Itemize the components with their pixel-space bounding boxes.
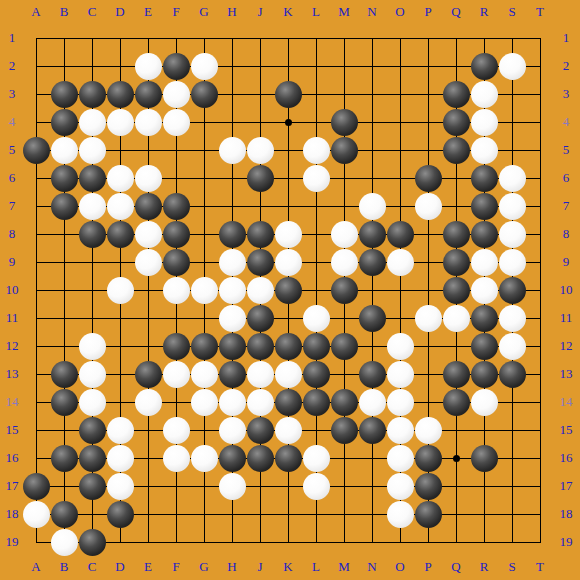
board-intersection[interactable] (78, 136, 106, 164)
board-intersection[interactable] (386, 360, 414, 388)
board-intersection[interactable] (190, 24, 218, 52)
board-intersection[interactable] (526, 164, 554, 192)
board-intersection[interactable] (442, 248, 470, 276)
board-intersection[interactable] (498, 500, 526, 528)
board-intersection[interactable] (190, 276, 218, 304)
board-intersection[interactable] (106, 192, 134, 220)
board-intersection[interactable] (78, 24, 106, 52)
board-intersection[interactable] (414, 80, 442, 108)
board-intersection[interactable] (414, 472, 442, 500)
board-intersection[interactable] (414, 52, 442, 80)
board-intersection[interactable] (246, 52, 274, 80)
board-intersection[interactable] (358, 164, 386, 192)
board-intersection[interactable] (190, 388, 218, 416)
board-intersection[interactable] (50, 136, 78, 164)
board-intersection[interactable] (442, 52, 470, 80)
board-intersection[interactable] (442, 304, 470, 332)
board-intersection[interactable] (330, 332, 358, 360)
board-intersection[interactable] (218, 108, 246, 136)
board-intersection[interactable] (106, 52, 134, 80)
board-intersection[interactable] (470, 80, 498, 108)
board-intersection[interactable] (274, 24, 302, 52)
board-intersection[interactable] (526, 528, 554, 556)
board-intersection[interactable] (330, 500, 358, 528)
board-intersection[interactable] (22, 416, 50, 444)
board-intersection[interactable] (526, 220, 554, 248)
board-intersection[interactable] (22, 248, 50, 276)
board-intersection[interactable] (106, 360, 134, 388)
board-intersection[interactable] (78, 528, 106, 556)
board-intersection[interactable] (330, 24, 358, 52)
board-intersection[interactable] (442, 472, 470, 500)
board-intersection[interactable] (134, 164, 162, 192)
board-intersection[interactable] (106, 136, 134, 164)
board-intersection[interactable] (470, 472, 498, 500)
board-intersection[interactable] (442, 388, 470, 416)
board-intersection[interactable] (106, 304, 134, 332)
board-intersection[interactable] (442, 416, 470, 444)
board-intersection[interactable] (302, 164, 330, 192)
board-intersection[interactable] (218, 528, 246, 556)
board-intersection[interactable] (274, 80, 302, 108)
board-intersection[interactable] (134, 500, 162, 528)
board-intersection[interactable] (498, 220, 526, 248)
board-intersection[interactable] (414, 360, 442, 388)
board-intersection[interactable] (470, 248, 498, 276)
board-intersection[interactable] (162, 528, 190, 556)
board-intersection[interactable] (190, 52, 218, 80)
board-intersection[interactable] (218, 360, 246, 388)
board-intersection[interactable] (218, 192, 246, 220)
board-intersection[interactable] (302, 500, 330, 528)
board-intersection[interactable] (498, 108, 526, 136)
board-intersection[interactable] (498, 164, 526, 192)
board-intersection[interactable] (442, 332, 470, 360)
board-intersection[interactable] (274, 388, 302, 416)
board-intersection[interactable] (498, 388, 526, 416)
board-intersection[interactable] (526, 248, 554, 276)
board-intersection[interactable] (190, 332, 218, 360)
board-intersection[interactable] (22, 164, 50, 192)
board-intersection[interactable] (106, 444, 134, 472)
board-intersection[interactable] (106, 80, 134, 108)
board-intersection[interactable] (190, 444, 218, 472)
board-intersection[interactable] (358, 444, 386, 472)
board-intersection[interactable] (526, 276, 554, 304)
board-intersection[interactable] (246, 472, 274, 500)
board-intersection[interactable] (274, 332, 302, 360)
board-intersection[interactable] (78, 500, 106, 528)
board-intersection[interactable] (386, 248, 414, 276)
board-intersection[interactable] (470, 388, 498, 416)
board-intersection[interactable] (386, 528, 414, 556)
board-intersection[interactable] (246, 360, 274, 388)
board-intersection[interactable] (302, 24, 330, 52)
board-intersection[interactable] (274, 164, 302, 192)
board-intersection[interactable] (358, 108, 386, 136)
board-intersection[interactable] (134, 52, 162, 80)
board-intersection[interactable] (190, 360, 218, 388)
board-intersection[interactable] (526, 416, 554, 444)
board-intersection[interactable] (498, 528, 526, 556)
board-intersection[interactable] (246, 332, 274, 360)
board-intersection[interactable] (274, 276, 302, 304)
board-intersection[interactable] (330, 528, 358, 556)
board-intersection[interactable] (50, 332, 78, 360)
board-intersection[interactable] (218, 52, 246, 80)
board-intersection[interactable] (274, 304, 302, 332)
board-intersection[interactable] (274, 360, 302, 388)
board-intersection[interactable] (498, 416, 526, 444)
board-intersection[interactable] (386, 500, 414, 528)
board-intersection[interactable] (22, 500, 50, 528)
board-intersection[interactable] (190, 304, 218, 332)
board-intersection[interactable] (22, 80, 50, 108)
board-intersection[interactable] (526, 52, 554, 80)
board-intersection[interactable] (50, 276, 78, 304)
board-intersection[interactable] (414, 416, 442, 444)
board-intersection[interactable] (78, 220, 106, 248)
board-intersection[interactable] (106, 220, 134, 248)
board-intersection[interactable] (162, 304, 190, 332)
board-intersection[interactable] (358, 220, 386, 248)
board-intersection[interactable] (78, 444, 106, 472)
board-intersection[interactable] (134, 332, 162, 360)
board-intersection[interactable] (22, 24, 50, 52)
board-intersection[interactable] (358, 136, 386, 164)
board-intersection[interactable] (386, 164, 414, 192)
board-intersection[interactable] (498, 248, 526, 276)
board-intersection[interactable] (386, 108, 414, 136)
board-intersection[interactable] (106, 332, 134, 360)
board-intersection[interactable] (246, 192, 274, 220)
board-intersection[interactable] (190, 528, 218, 556)
board-intersection[interactable] (498, 80, 526, 108)
board-intersection[interactable] (330, 220, 358, 248)
board-intersection[interactable] (330, 304, 358, 332)
board-intersection[interactable] (162, 416, 190, 444)
board-intersection[interactable] (302, 388, 330, 416)
board-intersection[interactable] (78, 52, 106, 80)
board-intersection[interactable] (246, 416, 274, 444)
board-intersection[interactable] (470, 108, 498, 136)
board-intersection[interactable] (134, 528, 162, 556)
board-intersection[interactable] (22, 108, 50, 136)
board-intersection[interactable] (358, 388, 386, 416)
board-intersection[interactable] (498, 304, 526, 332)
board-intersection[interactable] (414, 528, 442, 556)
board-intersection[interactable] (330, 360, 358, 388)
board-intersection[interactable] (190, 500, 218, 528)
board-intersection[interactable] (302, 360, 330, 388)
board-intersection[interactable] (526, 304, 554, 332)
board-intersection[interactable] (246, 304, 274, 332)
board-intersection[interactable] (246, 276, 274, 304)
board-intersection[interactable] (106, 528, 134, 556)
board-intersection[interactable] (274, 248, 302, 276)
board-intersection[interactable] (470, 528, 498, 556)
board-intersection[interactable] (414, 248, 442, 276)
board-intersection[interactable] (218, 80, 246, 108)
board-intersection[interactable] (22, 192, 50, 220)
board-intersection[interactable] (386, 444, 414, 472)
board-intersection[interactable] (414, 388, 442, 416)
board-intersection[interactable] (162, 220, 190, 248)
board-intersection[interactable] (330, 192, 358, 220)
board-intersection[interactable] (190, 192, 218, 220)
board-intersection[interactable] (414, 332, 442, 360)
board-intersection[interactable] (50, 192, 78, 220)
board-intersection[interactable] (330, 444, 358, 472)
board-intersection[interactable] (190, 220, 218, 248)
board-intersection[interactable] (442, 136, 470, 164)
board-intersection[interactable] (106, 24, 134, 52)
board-intersection[interactable] (134, 192, 162, 220)
board-intersection[interactable] (442, 220, 470, 248)
board-intersection[interactable] (414, 192, 442, 220)
board-intersection[interactable] (330, 164, 358, 192)
board-intersection[interactable] (134, 80, 162, 108)
board-intersection[interactable] (358, 500, 386, 528)
board-intersection[interactable] (22, 276, 50, 304)
board-intersection[interactable] (302, 220, 330, 248)
board-intersection[interactable] (134, 416, 162, 444)
board-intersection[interactable] (498, 472, 526, 500)
board-intersection[interactable] (470, 332, 498, 360)
board-intersection[interactable] (414, 136, 442, 164)
board-intersection[interactable] (162, 500, 190, 528)
board-intersection[interactable] (218, 248, 246, 276)
board-intersection[interactable] (498, 192, 526, 220)
board-intersection[interactable] (190, 80, 218, 108)
board-intersection[interactable] (386, 220, 414, 248)
board-intersection[interactable] (442, 360, 470, 388)
board-intersection[interactable] (302, 444, 330, 472)
board-intersection[interactable] (50, 416, 78, 444)
board-intersection[interactable] (470, 276, 498, 304)
board-intersection[interactable] (218, 332, 246, 360)
board-intersection[interactable] (246, 444, 274, 472)
board-intersection[interactable] (246, 136, 274, 164)
board-intersection[interactable] (302, 332, 330, 360)
board-intersection[interactable] (162, 248, 190, 276)
board-intersection[interactable] (442, 108, 470, 136)
board-intersection[interactable] (190, 108, 218, 136)
board-intersection[interactable] (218, 388, 246, 416)
board-intersection[interactable] (162, 136, 190, 164)
board-intersection[interactable] (106, 108, 134, 136)
board-intersection[interactable] (442, 500, 470, 528)
board-intersection[interactable] (302, 304, 330, 332)
board-intersection[interactable] (162, 52, 190, 80)
board-intersection[interactable] (302, 136, 330, 164)
board-intersection[interactable] (414, 164, 442, 192)
board-intersection[interactable] (246, 80, 274, 108)
board-intersection[interactable] (330, 388, 358, 416)
board-intersection[interactable] (134, 248, 162, 276)
board-intersection[interactable] (246, 528, 274, 556)
board-intersection[interactable] (498, 276, 526, 304)
board-intersection[interactable] (78, 192, 106, 220)
board-intersection[interactable] (358, 332, 386, 360)
board-intersection[interactable] (470, 136, 498, 164)
board-intersection[interactable] (386, 276, 414, 304)
board-intersection[interactable] (246, 220, 274, 248)
board-intersection[interactable] (302, 192, 330, 220)
board-intersection[interactable] (162, 388, 190, 416)
board-intersection[interactable] (134, 472, 162, 500)
board-intersection[interactable] (330, 108, 358, 136)
board-intersection[interactable] (470, 52, 498, 80)
board-intersection[interactable] (246, 24, 274, 52)
board-intersection[interactable] (302, 248, 330, 276)
board-intersection[interactable] (470, 416, 498, 444)
board-intersection[interactable] (526, 108, 554, 136)
board-intersection[interactable] (162, 472, 190, 500)
board-intersection[interactable] (386, 52, 414, 80)
board-intersection[interactable] (442, 80, 470, 108)
board-intersection[interactable] (162, 192, 190, 220)
board-intersection[interactable] (414, 24, 442, 52)
board-intersection[interactable] (22, 52, 50, 80)
board-intersection[interactable] (442, 444, 470, 472)
board-intersection[interactable] (414, 444, 442, 472)
board-intersection[interactable] (134, 24, 162, 52)
board-intersection[interactable] (470, 304, 498, 332)
board-intersection[interactable] (302, 108, 330, 136)
board-intersection[interactable] (302, 528, 330, 556)
board-intersection[interactable] (134, 360, 162, 388)
board-intersection[interactable] (274, 416, 302, 444)
board-intersection[interactable] (246, 500, 274, 528)
board-intersection[interactable] (78, 388, 106, 416)
board-intersection[interactable] (442, 192, 470, 220)
board-intersection[interactable] (162, 80, 190, 108)
board-intersection[interactable] (302, 52, 330, 80)
board-intersection[interactable] (246, 108, 274, 136)
board-intersection[interactable] (50, 500, 78, 528)
board-intersection[interactable] (358, 304, 386, 332)
board-intersection[interactable] (78, 416, 106, 444)
board-intersection[interactable] (274, 52, 302, 80)
board-intersection[interactable] (386, 24, 414, 52)
board-intersection[interactable] (498, 24, 526, 52)
board-intersection[interactable] (22, 360, 50, 388)
board-intersection[interactable] (386, 304, 414, 332)
board-intersection[interactable] (526, 388, 554, 416)
board-intersection[interactable] (498, 332, 526, 360)
board-intersection[interactable] (414, 500, 442, 528)
board-intersection[interactable] (246, 164, 274, 192)
board-intersection[interactable] (498, 52, 526, 80)
board-intersection[interactable] (134, 388, 162, 416)
board-intersection[interactable] (330, 472, 358, 500)
board-intersection[interactable] (470, 500, 498, 528)
board-intersection[interactable] (498, 360, 526, 388)
board-intersection[interactable] (414, 276, 442, 304)
board-intersection[interactable] (274, 472, 302, 500)
board-intersection[interactable] (526, 136, 554, 164)
board-intersection[interactable] (358, 528, 386, 556)
board-intersection[interactable] (470, 444, 498, 472)
board-intersection[interactable] (190, 416, 218, 444)
board-intersection[interactable] (246, 248, 274, 276)
board-intersection[interactable] (218, 220, 246, 248)
board-intersection[interactable] (414, 108, 442, 136)
board-intersection[interactable] (526, 360, 554, 388)
board-intersection[interactable] (22, 444, 50, 472)
board-intersection[interactable] (526, 500, 554, 528)
board-intersection[interactable] (78, 276, 106, 304)
board-intersection[interactable] (78, 108, 106, 136)
board-intersection[interactable] (162, 164, 190, 192)
board-intersection[interactable] (218, 500, 246, 528)
board-intersection[interactable] (274, 108, 302, 136)
board-intersection[interactable] (218, 276, 246, 304)
board-intersection[interactable] (358, 416, 386, 444)
board-intersection[interactable] (470, 24, 498, 52)
board-intersection[interactable] (190, 248, 218, 276)
board-intersection[interactable] (106, 500, 134, 528)
board-intersection[interactable] (78, 80, 106, 108)
board-intersection[interactable] (358, 248, 386, 276)
board-intersection[interactable] (162, 360, 190, 388)
board-intersection[interactable] (526, 192, 554, 220)
board-intersection[interactable] (526, 444, 554, 472)
board-intersection[interactable] (50, 248, 78, 276)
board-intersection[interactable] (106, 416, 134, 444)
board-intersection[interactable] (22, 528, 50, 556)
board-intersection[interactable] (50, 220, 78, 248)
board-intersection[interactable] (358, 24, 386, 52)
board-intersection[interactable] (274, 500, 302, 528)
board-intersection[interactable] (22, 388, 50, 416)
board-intersection[interactable] (386, 332, 414, 360)
board-intersection[interactable] (106, 276, 134, 304)
board-intersection[interactable] (274, 528, 302, 556)
board-intersection[interactable] (78, 248, 106, 276)
board-intersection[interactable] (526, 24, 554, 52)
board-intersection[interactable] (78, 164, 106, 192)
board-intersection[interactable] (78, 304, 106, 332)
board-intersection[interactable] (50, 388, 78, 416)
board-intersection[interactable] (358, 276, 386, 304)
board-intersection[interactable] (50, 444, 78, 472)
board-intersection[interactable] (162, 24, 190, 52)
board-intersection[interactable] (442, 276, 470, 304)
board-intersection[interactable] (414, 304, 442, 332)
board-intersection[interactable] (246, 388, 274, 416)
board-intersection[interactable] (162, 108, 190, 136)
board-intersection[interactable] (274, 444, 302, 472)
board-intersection[interactable] (162, 332, 190, 360)
board-intersection[interactable] (274, 136, 302, 164)
board-intersection[interactable] (106, 248, 134, 276)
board-intersection[interactable] (442, 164, 470, 192)
board-intersection[interactable] (470, 360, 498, 388)
board-intersection[interactable] (134, 136, 162, 164)
board-intersection[interactable] (134, 304, 162, 332)
board-intersection[interactable] (50, 360, 78, 388)
board-intersection[interactable] (498, 444, 526, 472)
board-intersection[interactable] (358, 192, 386, 220)
board-intersection[interactable] (50, 108, 78, 136)
board-intersection[interactable] (22, 472, 50, 500)
board-intersection[interactable] (50, 472, 78, 500)
board-intersection[interactable] (50, 52, 78, 80)
board-intersection[interactable] (190, 136, 218, 164)
board-intersection[interactable] (218, 164, 246, 192)
